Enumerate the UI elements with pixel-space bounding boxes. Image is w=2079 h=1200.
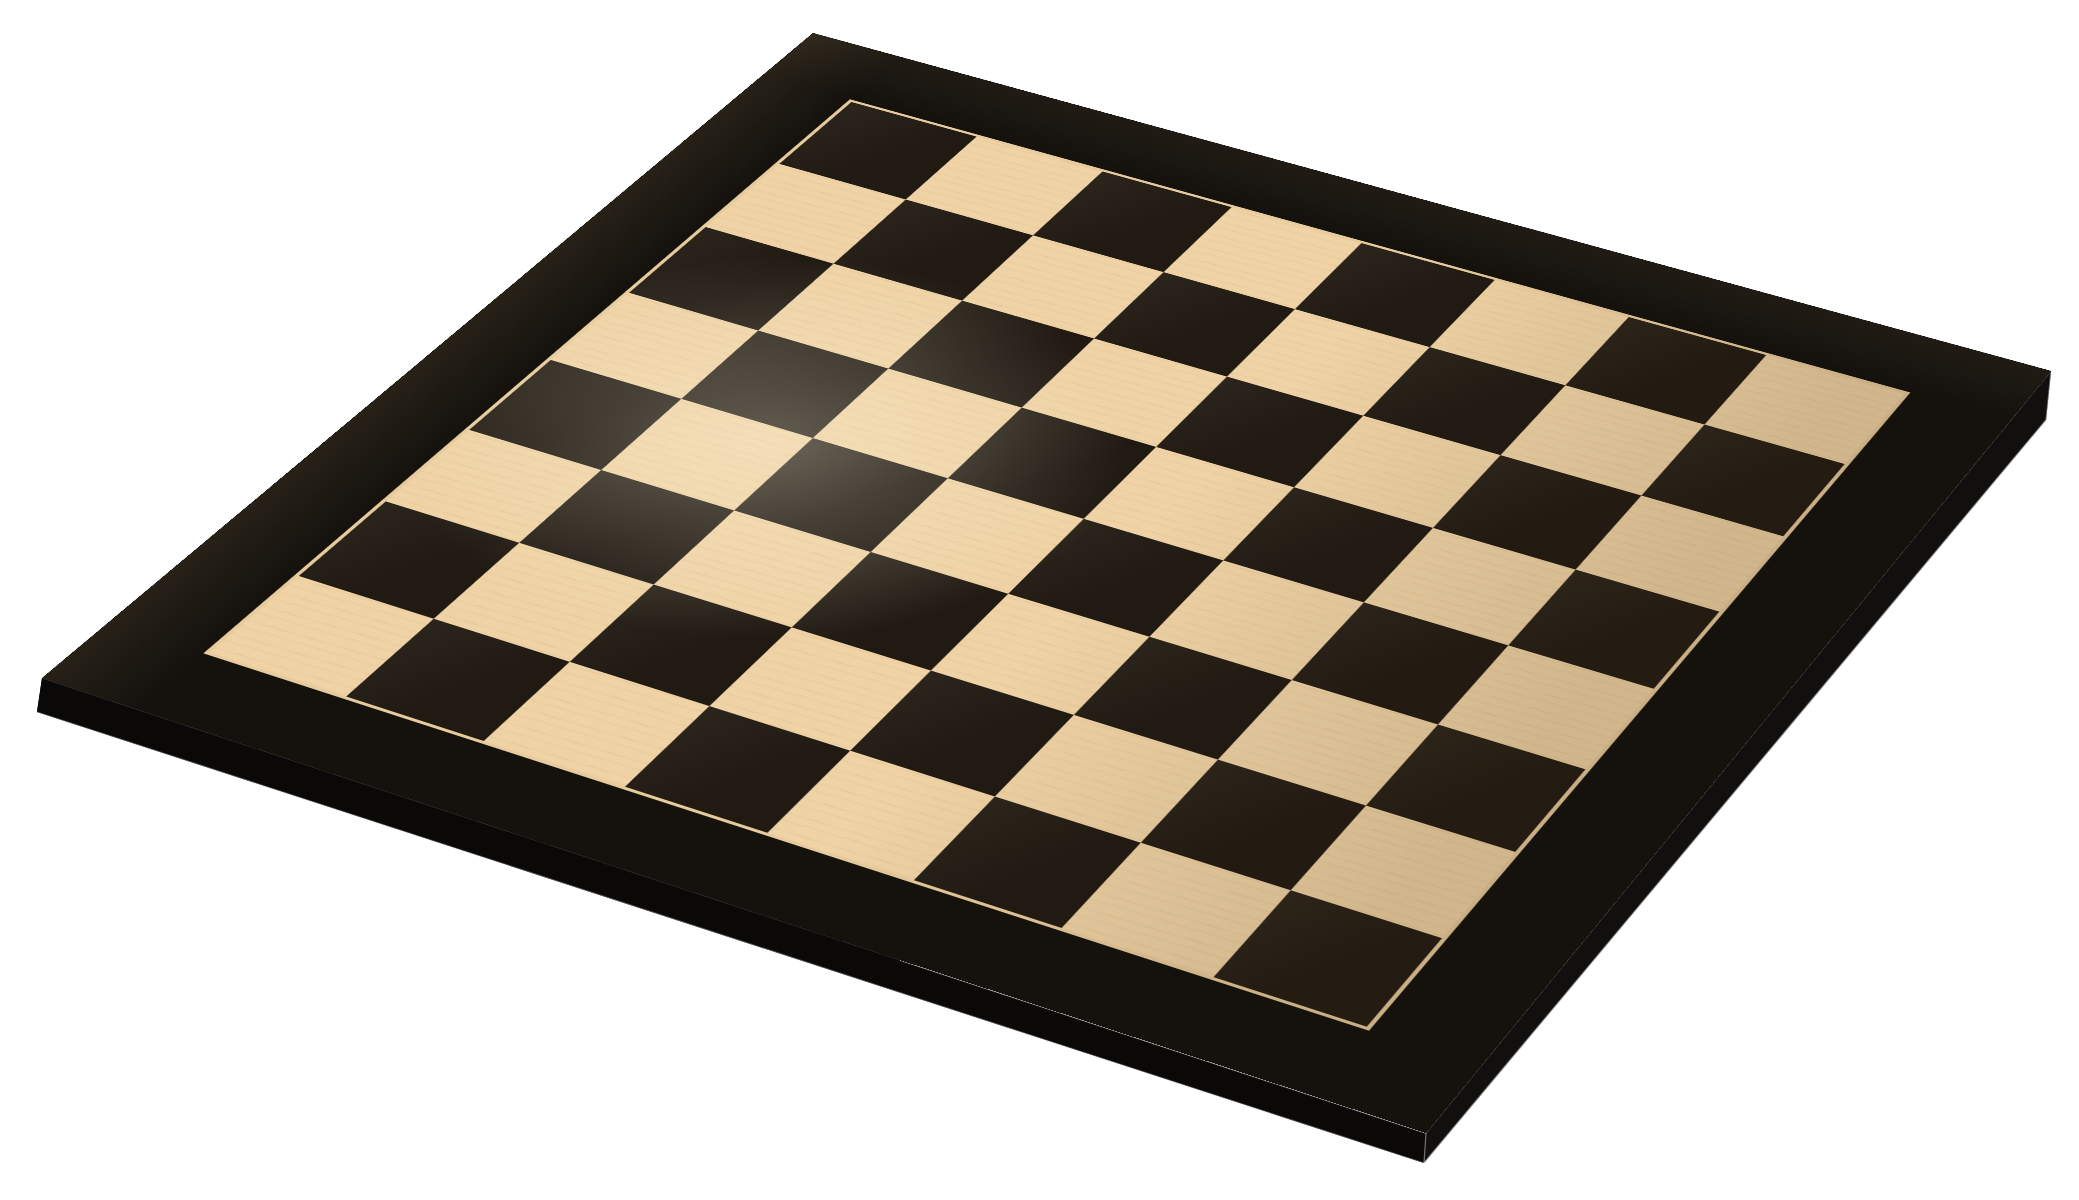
- chessboard-product-photo: [0, 0, 2079, 1200]
